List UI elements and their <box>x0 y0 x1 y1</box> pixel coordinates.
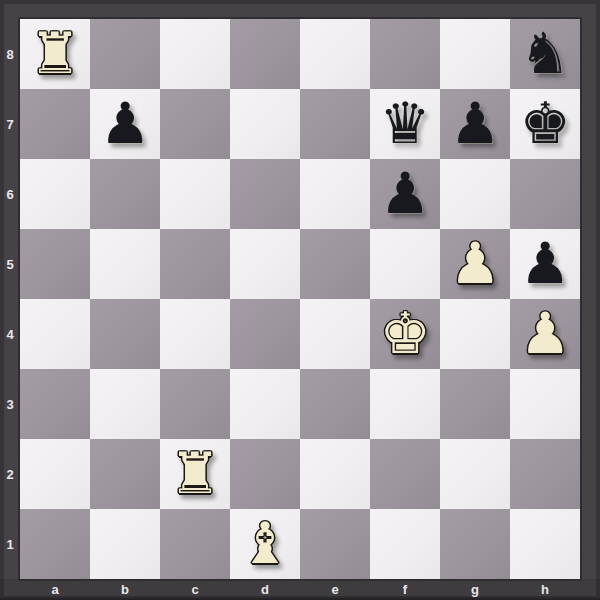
square-c3[interactable] <box>160 369 230 439</box>
square-b4[interactable] <box>90 299 160 369</box>
piece-white-pawn-h4[interactable]: ♟ <box>519 305 570 362</box>
square-e3[interactable] <box>300 369 370 439</box>
piece-black-king-h7[interactable]: ♚ <box>519 95 570 152</box>
square-f8[interactable] <box>370 19 440 89</box>
square-a6[interactable] <box>20 159 90 229</box>
square-h2[interactable] <box>510 439 580 509</box>
square-h4[interactable]: ♟ <box>510 299 580 369</box>
square-e2[interactable] <box>300 439 370 509</box>
square-f2[interactable] <box>370 439 440 509</box>
square-d6[interactable] <box>230 159 300 229</box>
square-e7[interactable] <box>300 89 370 159</box>
square-f7[interactable]: ♛ <box>370 89 440 159</box>
square-d8[interactable] <box>230 19 300 89</box>
square-f4[interactable]: ♚ <box>370 299 440 369</box>
square-h1[interactable] <box>510 509 580 579</box>
file-label-d: d <box>230 579 300 600</box>
square-a3[interactable] <box>20 369 90 439</box>
file-label-f: f <box>370 579 440 600</box>
square-h3[interactable] <box>510 369 580 439</box>
file-label-b: b <box>90 579 160 600</box>
square-d7[interactable] <box>230 89 300 159</box>
square-g2[interactable] <box>440 439 510 509</box>
square-a1[interactable] <box>20 509 90 579</box>
square-h7[interactable]: ♚ <box>510 89 580 159</box>
square-c8[interactable] <box>160 19 230 89</box>
square-c2[interactable]: ♜ <box>160 439 230 509</box>
piece-white-bishop-d1[interactable]: ♝ <box>239 515 290 572</box>
piece-white-king-f4[interactable]: ♚ <box>379 305 430 362</box>
square-e6[interactable] <box>300 159 370 229</box>
square-h8[interactable]: ♞ <box>510 19 580 89</box>
square-e1[interactable] <box>300 509 370 579</box>
square-e5[interactable] <box>300 229 370 299</box>
piece-white-pawn-g5[interactable]: ♟ <box>449 235 500 292</box>
rank-label-7: 7 <box>0 89 20 159</box>
piece-black-pawn-b7[interactable]: ♟ <box>99 95 150 152</box>
square-b7[interactable]: ♟ <box>90 89 160 159</box>
piece-white-rook-a8[interactable]: ♜ <box>29 25 80 82</box>
square-c6[interactable] <box>160 159 230 229</box>
square-d4[interactable] <box>230 299 300 369</box>
file-label-g: g <box>440 579 510 600</box>
square-f6[interactable]: ♟ <box>370 159 440 229</box>
square-b6[interactable] <box>90 159 160 229</box>
file-label-c: c <box>160 579 230 600</box>
rank-label-6: 6 <box>0 159 20 229</box>
square-a5[interactable] <box>20 229 90 299</box>
file-label-h: h <box>510 579 580 600</box>
square-b5[interactable] <box>90 229 160 299</box>
square-g8[interactable] <box>440 19 510 89</box>
square-g4[interactable] <box>440 299 510 369</box>
chess-board-frame: ♜♞♟♛♟♚♟♟♟♚♟♜♝ 87654321 abcdefgh <box>0 0 600 600</box>
square-c4[interactable] <box>160 299 230 369</box>
file-label-e: e <box>300 579 370 600</box>
square-b2[interactable] <box>90 439 160 509</box>
chess-board: ♜♞♟♛♟♚♟♟♟♚♟♜♝ <box>20 19 580 579</box>
piece-black-pawn-g7[interactable]: ♟ <box>449 95 500 152</box>
square-h6[interactable] <box>510 159 580 229</box>
square-d2[interactable] <box>230 439 300 509</box>
square-g1[interactable] <box>440 509 510 579</box>
rank-label-2: 2 <box>0 439 20 509</box>
square-d5[interactable] <box>230 229 300 299</box>
square-b8[interactable] <box>90 19 160 89</box>
square-c1[interactable] <box>160 509 230 579</box>
square-a7[interactable] <box>20 89 90 159</box>
square-c7[interactable] <box>160 89 230 159</box>
rank-label-4: 4 <box>0 299 20 369</box>
piece-black-knight-h8[interactable]: ♞ <box>519 25 570 82</box>
square-e8[interactable] <box>300 19 370 89</box>
square-b1[interactable] <box>90 509 160 579</box>
square-a8[interactable]: ♜ <box>20 19 90 89</box>
square-g5[interactable]: ♟ <box>440 229 510 299</box>
file-label-a: a <box>20 579 90 600</box>
square-a4[interactable] <box>20 299 90 369</box>
square-e4[interactable] <box>300 299 370 369</box>
piece-white-rook-c2[interactable]: ♜ <box>169 445 220 502</box>
square-g7[interactable]: ♟ <box>440 89 510 159</box>
square-f5[interactable] <box>370 229 440 299</box>
rank-label-5: 5 <box>0 229 20 299</box>
square-f1[interactable] <box>370 509 440 579</box>
rank-label-1: 1 <box>0 509 20 579</box>
square-h5[interactable]: ♟ <box>510 229 580 299</box>
square-d1[interactable]: ♝ <box>230 509 300 579</box>
rank-label-8: 8 <box>0 19 20 89</box>
square-g6[interactable] <box>440 159 510 229</box>
square-d3[interactable] <box>230 369 300 439</box>
piece-black-pawn-f6[interactable]: ♟ <box>379 165 430 222</box>
square-f3[interactable] <box>370 369 440 439</box>
square-b3[interactable] <box>90 369 160 439</box>
rank-label-3: 3 <box>0 369 20 439</box>
piece-black-queen-f7[interactable]: ♛ <box>379 95 430 152</box>
square-c5[interactable] <box>160 229 230 299</box>
square-g3[interactable] <box>440 369 510 439</box>
piece-black-pawn-h5[interactable]: ♟ <box>519 235 570 292</box>
square-a2[interactable] <box>20 439 90 509</box>
